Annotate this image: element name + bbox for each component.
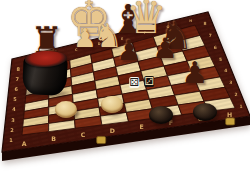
rank-label-left-7: 7	[15, 76, 19, 82]
rank-label-left-5: 5	[13, 96, 17, 102]
rank-label-left-2: 2	[10, 127, 14, 133]
rank-label-left-1: 1	[9, 137, 13, 143]
clasp-left-icon	[97, 137, 106, 144]
file-label-e: E	[140, 123, 144, 130]
clasp-right-icon	[226, 118, 235, 125]
file-label-a: A	[22, 140, 27, 147]
rank-label-left-6: 6	[14, 86, 18, 92]
rank-label-left-3: 3	[11, 117, 15, 123]
rank-label-right-4: 4	[224, 68, 227, 73]
file-label-b: B	[51, 135, 56, 142]
file-label-d: D	[110, 127, 115, 134]
rank-label-right-3: 3	[229, 80, 232, 85]
rank-label-left-8: 8	[16, 66, 20, 72]
chess-set-photo: AABBCCDDEEFFGGHH1122334455667788 ♝♛♚♟♞♞♜…	[0, 0, 250, 188]
file-label-h: H	[227, 111, 232, 118]
file-label-g: G	[198, 115, 203, 122]
rank-label-right-7: 7	[209, 33, 212, 38]
rank-label-right-1: 1	[240, 104, 243, 109]
wood-grain-texture	[2, 12, 250, 152]
file-label-top-b: B	[52, 54, 55, 58]
rank-label-right-2: 2	[234, 92, 237, 97]
file-label-top-g: G	[166, 25, 169, 29]
rank-label-left-4: 4	[12, 106, 16, 112]
file-label-c: C	[81, 131, 86, 138]
file-label-top-d: D	[98, 42, 101, 46]
rank-label-right-8: 8	[204, 21, 207, 26]
file-label-top-h: H	[189, 19, 192, 23]
file-label-top-a: A	[29, 60, 32, 64]
chess-board: AABBCCDDEEFFGGHH1122334455667788	[0, 0, 250, 188]
rank-label-right-6: 6	[214, 45, 217, 50]
file-label-f: F	[169, 119, 173, 126]
rank-label-right-5: 5	[219, 57, 222, 62]
